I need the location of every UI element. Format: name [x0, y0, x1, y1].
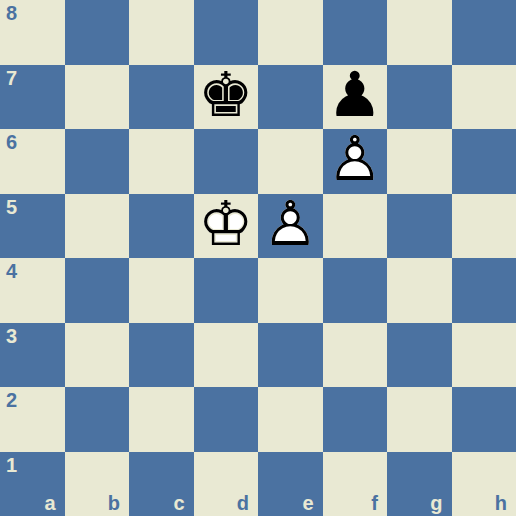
rank-label-3: 3 [6, 325, 17, 347]
square-f2[interactable] [323, 387, 388, 452]
square-e2[interactable] [258, 387, 323, 452]
square-c7[interactable] [129, 65, 194, 130]
square-c3[interactable] [129, 323, 194, 388]
square-a8[interactable]: 8 [0, 0, 65, 65]
square-b4[interactable] [65, 258, 130, 323]
square-h6[interactable] [452, 129, 516, 194]
square-f3[interactable] [323, 323, 388, 388]
square-f5[interactable] [323, 194, 388, 259]
square-b1[interactable]: b [65, 452, 130, 516]
square-e8[interactable] [258, 0, 323, 65]
square-c5[interactable] [129, 194, 194, 259]
piece-white-pawn[interactable]: ♟♙ [323, 129, 388, 194]
white-pawn-outline-glyph: ♙ [262, 192, 318, 257]
rank-label-4: 4 [6, 260, 17, 282]
square-c8[interactable] [129, 0, 194, 65]
square-f8[interactable] [323, 0, 388, 65]
square-h5[interactable] [452, 194, 516, 259]
square-h1[interactable]: h [452, 452, 516, 516]
square-d6[interactable] [194, 129, 259, 194]
square-e7[interactable] [258, 65, 323, 130]
square-a2[interactable]: 2 [0, 387, 65, 452]
square-d3[interactable] [194, 323, 259, 388]
file-label-b: b [108, 492, 120, 514]
square-a4[interactable]: 4 [0, 258, 65, 323]
square-a5[interactable]: 5 [0, 194, 65, 259]
square-b3[interactable] [65, 323, 130, 388]
square-a7[interactable]: 7 [0, 65, 65, 130]
rank-label-8: 8 [6, 2, 17, 24]
rank-label-5: 5 [6, 196, 17, 218]
square-e4[interactable] [258, 258, 323, 323]
square-a3[interactable]: 3 [0, 323, 65, 388]
square-h2[interactable] [452, 387, 516, 452]
rank-label-6: 6 [6, 131, 17, 153]
file-label-d: d [237, 492, 249, 514]
square-a6[interactable]: 6 [0, 129, 65, 194]
square-d8[interactable] [194, 0, 259, 65]
square-g2[interactable] [387, 387, 452, 452]
square-b6[interactable] [65, 129, 130, 194]
square-f4[interactable] [323, 258, 388, 323]
square-e3[interactable] [258, 323, 323, 388]
square-c6[interactable] [129, 129, 194, 194]
square-g5[interactable] [387, 194, 452, 259]
square-e5[interactable]: ♟♙ [258, 194, 323, 259]
piece-black-king[interactable]: ♚ [194, 65, 259, 130]
file-label-h: h [495, 492, 507, 514]
square-g6[interactable] [387, 129, 452, 194]
rank-label-1: 1 [6, 454, 17, 476]
file-label-e: e [302, 492, 313, 514]
square-d7[interactable]: ♚ [194, 65, 259, 130]
file-label-f: f [371, 492, 378, 514]
square-b2[interactable] [65, 387, 130, 452]
black-king-glyph: ♚ [198, 63, 254, 128]
file-label-g: g [430, 492, 442, 514]
rank-label-7: 7 [6, 67, 17, 89]
square-d4[interactable] [194, 258, 259, 323]
square-d2[interactable] [194, 387, 259, 452]
piece-white-king[interactable]: ♚♔ [194, 194, 259, 259]
square-a1[interactable]: 1a [0, 452, 65, 516]
piece-black-pawn[interactable]: ♟ [323, 65, 388, 130]
square-f7[interactable]: ♟ [323, 65, 388, 130]
chess-board: 87♚♟6♟♙5♚♔♟♙4321abcdefgh [0, 0, 516, 516]
square-g4[interactable] [387, 258, 452, 323]
square-g1[interactable]: g [387, 452, 452, 516]
square-g7[interactable] [387, 65, 452, 130]
square-f1[interactable]: f [323, 452, 388, 516]
square-e1[interactable]: e [258, 452, 323, 516]
square-d1[interactable]: d [194, 452, 259, 516]
piece-white-pawn[interactable]: ♟♙ [258, 194, 323, 259]
square-b8[interactable] [65, 0, 130, 65]
square-h8[interactable] [452, 0, 516, 65]
square-c4[interactable] [129, 258, 194, 323]
white-pawn-outline-glyph: ♙ [327, 127, 383, 192]
black-pawn-glyph: ♟ [327, 63, 383, 128]
white-king-outline-glyph: ♔ [198, 192, 254, 257]
square-b7[interactable] [65, 65, 130, 130]
square-c1[interactable]: c [129, 452, 194, 516]
file-label-c: c [173, 492, 184, 514]
square-b5[interactable] [65, 194, 130, 259]
square-h3[interactable] [452, 323, 516, 388]
square-e6[interactable] [258, 129, 323, 194]
square-g3[interactable] [387, 323, 452, 388]
square-c2[interactable] [129, 387, 194, 452]
square-g8[interactable] [387, 0, 452, 65]
square-d5[interactable]: ♚♔ [194, 194, 259, 259]
square-h7[interactable] [452, 65, 516, 130]
square-f6[interactable]: ♟♙ [323, 129, 388, 194]
square-h4[interactable] [452, 258, 516, 323]
file-label-a: a [44, 492, 55, 514]
rank-label-2: 2 [6, 389, 17, 411]
